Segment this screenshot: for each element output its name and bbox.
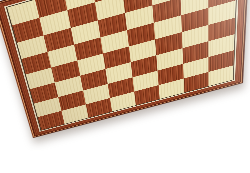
photo-background (0, 0, 250, 173)
board-shadow (0, 0, 250, 173)
chess-board (0, 0, 250, 138)
